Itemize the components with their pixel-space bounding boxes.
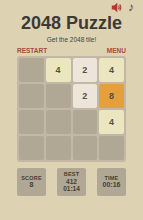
best-value: 412 xyxy=(66,178,77,185)
time-value: 00:16 xyxy=(103,181,121,189)
best-box: BEST 412 01:14 xyxy=(57,168,86,196)
empty-cell-r2c1 xyxy=(19,84,44,108)
menu-row: RESTART MENU xyxy=(17,47,126,54)
music-note-icon[interactable]: ♪ xyxy=(128,2,134,13)
empty-cell-r3c2 xyxy=(46,110,71,134)
empty-cell-r4c1 xyxy=(19,136,44,160)
tile-4-r3c4: 4 xyxy=(99,110,124,134)
page-title: 2048 Puzzle xyxy=(0,13,143,34)
empty-cell-r2c2 xyxy=(46,84,71,108)
best-time: 01:14 xyxy=(63,185,80,192)
app-window: ♪ 2048 Puzzle Get the 2048 tile! RESTART… xyxy=(0,0,143,220)
score-box: SCORE 8 xyxy=(17,168,46,196)
empty-cell-r1c1 xyxy=(19,58,44,82)
empty-cell-r4c4 xyxy=(99,136,124,160)
tile-8-r2c4: 8 xyxy=(99,84,124,108)
time-box: TIME 00:16 xyxy=(97,168,126,196)
restart-button[interactable]: RESTART xyxy=(17,47,47,54)
tile-2-r2c3: 2 xyxy=(73,84,98,108)
empty-cell-r3c1 xyxy=(19,110,44,134)
empty-cell-r4c2 xyxy=(46,136,71,160)
board[interactable]: 424284 xyxy=(17,56,126,162)
empty-cell-r3c3 xyxy=(73,110,98,134)
tile-2-r1c3: 2 xyxy=(73,58,98,82)
menu-button[interactable]: MENU xyxy=(107,47,126,54)
topbar: ♪ xyxy=(111,2,134,13)
tile-4-r1c4: 4 xyxy=(99,58,124,82)
tile-4-r1c2: 4 xyxy=(46,58,71,82)
empty-cell-r4c3 xyxy=(73,136,98,160)
subtitle: Get the 2048 tile! xyxy=(0,36,143,43)
speaker-icon[interactable] xyxy=(111,2,122,13)
score-value: 8 xyxy=(30,181,34,189)
scorebar: SCORE 8 BEST 412 01:14 TIME 00:16 xyxy=(17,168,126,196)
